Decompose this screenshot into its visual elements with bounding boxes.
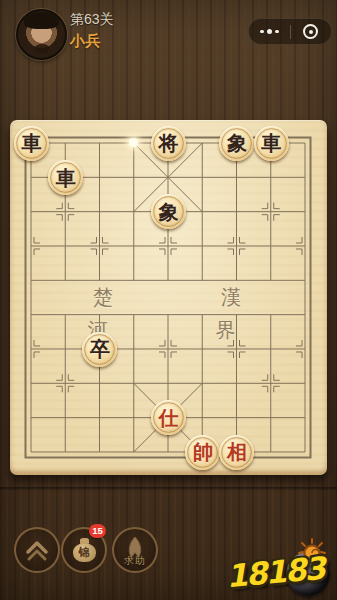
piece-glyph: 相 — [227, 442, 247, 462]
collapse-button[interactable] — [14, 527, 60, 573]
piece-glyph: 車 — [56, 168, 76, 188]
more-dots-icon — [267, 29, 273, 35]
bottom-bar: 锦 15 求助 18183 — [0, 524, 337, 600]
piece-glyph: 車 — [261, 133, 281, 153]
close-ring-icon — [303, 24, 318, 39]
more-button[interactable] — [249, 19, 290, 44]
piece-red-仕[interactable]: 仕 — [151, 400, 186, 435]
piece-black-車[interactable]: 車 — [48, 160, 83, 195]
piece-glyph: 将 — [158, 133, 178, 153]
wx-capsule — [248, 18, 332, 45]
piece-glyph: 象 — [158, 202, 178, 222]
xiangqi-board[interactable]: 楚河 漢界 車将象車車象卒仕帥相 — [10, 120, 327, 475]
bag-glyph: 锦 — [79, 545, 90, 560]
help-button[interactable]: 求助 — [112, 527, 158, 573]
wood-plank-seam — [0, 487, 337, 490]
close-button[interactable] — [291, 19, 332, 44]
player-meta: 第63关 小兵 — [70, 12, 114, 48]
hint-badge: 15 — [89, 524, 106, 538]
piece-black-卒[interactable]: 卒 — [82, 332, 117, 367]
last-move-marker — [129, 138, 138, 147]
piece-black-象[interactable]: 象 — [151, 194, 186, 229]
piece-black-象[interactable]: 象 — [219, 126, 254, 161]
piece-glyph: 仕 — [158, 408, 178, 428]
piece-black-将[interactable]: 将 — [151, 126, 186, 161]
hint-bag-button[interactable]: 锦 15 — [61, 527, 107, 573]
double-chevron-up-icon — [16, 529, 58, 571]
piece-red-帥[interactable]: 帥 — [185, 435, 220, 470]
close-ring-dot — [309, 30, 313, 34]
piece-glyph: 卒 — [90, 339, 110, 359]
more-dots-icon — [275, 30, 279, 34]
money-bag-icon: 锦 — [73, 543, 96, 562]
piece-black-車[interactable]: 車 — [254, 126, 289, 161]
xiangqi-app-screen: 第63关 小兵 楚河 漢界 車将象車車象卒仕帥相 — [0, 0, 337, 600]
help-label: 求助 — [114, 554, 156, 568]
piece-glyph: 象 — [227, 133, 247, 153]
piece-glyph: 車 — [21, 133, 41, 153]
piece-black-車[interactable]: 車 — [14, 126, 49, 161]
piece-glyph: 帥 — [193, 442, 213, 462]
top-bar: 第63关 小兵 — [0, 0, 337, 64]
watermark-18183: 18183 — [226, 538, 334, 596]
player-avatar — [16, 9, 67, 60]
piece-grid[interactable]: 車将象車車象卒仕帥相 — [14, 126, 322, 469]
player-name: 小兵 — [70, 33, 114, 48]
level-label: 第63关 — [70, 12, 114, 26]
more-dots-icon — [260, 30, 264, 34]
piece-red-相[interactable]: 相 — [219, 435, 254, 470]
